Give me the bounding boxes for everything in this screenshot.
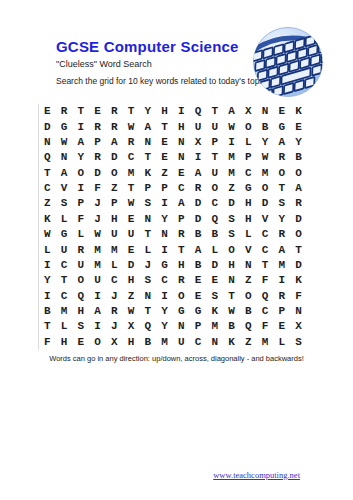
grid-cell-r3c10: X <box>190 135 207 150</box>
grid-cell-r15c10: P <box>190 319 207 334</box>
grid-cell-r7c4: J <box>89 196 106 211</box>
grid-cell-r5c3: O <box>73 166 90 181</box>
grid-cell-r4c8: E <box>156 150 173 165</box>
grid-cell-r12c11: E <box>207 273 224 288</box>
grid-cell-r6c4: F <box>89 181 106 196</box>
grid-cell-r2c14: B <box>257 119 274 134</box>
grid-cell-r4c2: N <box>56 150 73 165</box>
grid-cell-r5c12: M <box>223 166 240 181</box>
grid-cell-r14c14: C <box>257 304 274 319</box>
grid-cell-r5c10: A <box>190 166 207 181</box>
grid-cell-r7c12: D <box>223 196 240 211</box>
grid-cell-r11c2: C <box>56 258 73 273</box>
grid-cell-r9c1: W <box>39 227 56 242</box>
grid-cell-r10c7: L <box>140 242 157 257</box>
grid-cell-r8c9: P <box>173 212 190 227</box>
keyboard-icon <box>252 26 324 98</box>
grid-cell-r1c2: R <box>56 104 73 119</box>
grid-cell-r13c5: J <box>106 289 123 304</box>
grid-cell-r7c8: I <box>156 196 173 211</box>
grid-cell-r3c6: R <box>123 135 140 150</box>
grid-cell-r2c9: H <box>173 119 190 134</box>
grid-cell-r8c10: D <box>190 212 207 227</box>
grid-cell-r12c7: S <box>140 273 157 288</box>
grid-cell-r5c8: Z <box>156 166 173 181</box>
grid-cell-r15c14: F <box>257 319 274 334</box>
grid-cell-r16c15: L <box>274 335 291 350</box>
grid-cell-r5c7: K <box>140 166 157 181</box>
grid-cell-r16c3: E <box>73 335 90 350</box>
grid-cell-r7c11: C <box>207 196 224 211</box>
grid-cell-r9c13: L <box>240 227 257 242</box>
grid-cell-r8c3: F <box>73 212 90 227</box>
grid-cell-r8c11: Q <box>207 212 224 227</box>
grid-cell-r11c14: T <box>257 258 274 273</box>
grid-cell-r11c5: L <box>106 258 123 273</box>
grid-cell-r14c4: A <box>89 304 106 319</box>
grid-cell-r12c9: R <box>173 273 190 288</box>
grid-cell-r1c7: Y <box>140 104 157 119</box>
grid-cell-r7c10: D <box>190 196 207 211</box>
grid-cell-r1c16: K <box>290 104 307 119</box>
grid-cell-r11c6: D <box>123 258 140 273</box>
grid-cell-r7c13: H <box>240 196 257 211</box>
grid-cell-r13c12: T <box>223 289 240 304</box>
grid-cell-r1c13: X <box>240 104 257 119</box>
word-search-grid: ERTERTYHIQTAXNEKDGIRRWATHUUWOBGENWAPARNE… <box>38 104 307 350</box>
grid-cell-r3c2: W <box>56 135 73 150</box>
grid-cell-r16c11: N <box>207 335 224 350</box>
grid-cell-r8c12: S <box>223 212 240 227</box>
grid-cell-r15c4: I <box>89 319 106 334</box>
grid-cell-r1c5: R <box>106 104 123 119</box>
grid-cell-r6c6: T <box>123 181 140 196</box>
grid-cell-r11c7: J <box>140 258 157 273</box>
grid-cell-r4c14: W <box>257 150 274 165</box>
grid-cell-r13c1: I <box>39 289 56 304</box>
grid-cell-r15c9: N <box>173 319 190 334</box>
grid-cell-r9c9: R <box>173 227 190 242</box>
grid-cell-r9c2: G <box>56 227 73 242</box>
grid-cell-r11c15: M <box>274 258 291 273</box>
grid-cell-r5c6: M <box>123 166 140 181</box>
grid-cell-r10c1: L <box>39 242 56 257</box>
grid-cell-r7c6: W <box>123 196 140 211</box>
grid-cell-r10c2: U <box>56 242 73 257</box>
grid-cell-r3c9: N <box>173 135 190 150</box>
grid-cell-r9c10: B <box>190 227 207 242</box>
grid-cell-r14c12: W <box>223 304 240 319</box>
grid-cell-r14c13: B <box>240 304 257 319</box>
grid-cell-r14c6: W <box>123 304 140 319</box>
grid-cell-r10c8: I <box>156 242 173 257</box>
grid-cell-r6c10: R <box>190 181 207 196</box>
grid-cell-r2c7: A <box>140 119 157 134</box>
grid-cell-r15c13: Q <box>240 319 257 334</box>
grid-cell-r13c15: R <box>274 289 291 304</box>
grid-cell-r6c1: C <box>39 181 56 196</box>
grid-cell-r3c11: P <box>207 135 224 150</box>
grid-cell-r9c12: S <box>223 227 240 242</box>
grid-cell-r7c15: S <box>274 196 291 211</box>
grid-cell-r6c9: C <box>173 181 190 196</box>
grid-cell-r2c10: U <box>190 119 207 134</box>
grid-cell-r3c13: L <box>240 135 257 150</box>
grid-cell-r8c8: Y <box>156 212 173 227</box>
grid-cell-r5c4: D <box>89 166 106 181</box>
grid-cell-r1c8: H <box>156 104 173 119</box>
grid-cell-r11c9: H <box>173 258 190 273</box>
grid-cell-r1c11: T <box>207 104 224 119</box>
grid-cell-r1c12: A <box>223 104 240 119</box>
grid-cell-r5c15: O <box>274 166 291 181</box>
grid-cell-r4c4: R <box>89 150 106 165</box>
grid-cell-r4c12: M <box>223 150 240 165</box>
grid-cell-r4c10: I <box>190 150 207 165</box>
grid-cell-r3c4: P <box>89 135 106 150</box>
grid-cell-r1c3: T <box>73 104 90 119</box>
grid-cell-r16c9: U <box>173 335 190 350</box>
grid-cell-r14c9: G <box>173 304 190 319</box>
grid-cell-r13c6: Z <box>123 289 140 304</box>
grid-cell-r15c12: B <box>223 319 240 334</box>
grid-cell-r13c10: E <box>190 289 207 304</box>
grid-cell-r11c16: D <box>290 258 307 273</box>
grid-cell-r4c11: T <box>207 150 224 165</box>
grid-cell-r3c1: N <box>39 135 56 150</box>
grid-cell-r1c10: Q <box>190 104 207 119</box>
grid-cell-r14c8: Y <box>156 304 173 319</box>
grid-cell-r16c12: K <box>223 335 240 350</box>
grid-cell-r3c16: Y <box>290 135 307 150</box>
grid-cell-r14c15: P <box>274 304 291 319</box>
grid-cell-r9c3: L <box>73 227 90 242</box>
grid-cell-r7c3: P <box>73 196 90 211</box>
grid-cell-r8c16: D <box>290 212 307 227</box>
grid-cell-r4c9: N <box>173 150 190 165</box>
grid-cell-r16c4: O <box>89 335 106 350</box>
grid-cell-r10c13: V <box>240 242 257 257</box>
grid-cell-r4c15: R <box>274 150 291 165</box>
grid-cell-r12c4: U <box>89 273 106 288</box>
grid-cell-r13c3: Q <box>73 289 90 304</box>
grid-cell-r11c11: D <box>207 258 224 273</box>
grid-cell-r5c5: O <box>106 166 123 181</box>
instruction-text: Search the grid for 10 key words related… <box>56 76 266 86</box>
grid-cell-r6c3: I <box>73 181 90 196</box>
grid-cell-r13c4: I <box>89 289 106 304</box>
grid-cell-r15c7: Q <box>140 319 157 334</box>
grid-cell-r2c11: U <box>207 119 224 134</box>
grid-cell-r11c10: B <box>190 258 207 273</box>
grid-cell-r12c10: E <box>190 273 207 288</box>
grid-cell-r2c3: I <box>73 119 90 134</box>
grid-cell-r2c5: R <box>106 119 123 134</box>
grid-cell-r2c8: T <box>156 119 173 134</box>
grid-cell-r5c16: O <box>290 166 307 181</box>
grid-cell-r10c4: M <box>89 242 106 257</box>
grid-cell-r5c14: M <box>257 166 274 181</box>
grid-cell-r9c7: T <box>140 227 157 242</box>
grid-cell-r15c15: E <box>274 319 291 334</box>
teachcomputing-link[interactable]: www.teachcomputing.net <box>213 470 300 480</box>
grid-cell-r15c11: M <box>207 319 224 334</box>
grid-cell-r15c8: Y <box>156 319 173 334</box>
grid-cell-r5c1: T <box>39 166 56 181</box>
grid-cell-r16c8: M <box>156 335 173 350</box>
grid-cell-r12c16: K <box>290 273 307 288</box>
grid-cell-r11c4: M <box>89 258 106 273</box>
grid-cell-r4c7: T <box>140 150 157 165</box>
grid-cell-r10c16: T <box>290 242 307 257</box>
grid-cell-r15c1: T <box>39 319 56 334</box>
grid-cell-r5c2: A <box>56 166 73 181</box>
grid-cell-r6c5: Z <box>106 181 123 196</box>
grid-cell-r12c1: Y <box>39 273 56 288</box>
grid-cell-r1c6: T <box>123 104 140 119</box>
grid-cell-r2c4: R <box>89 119 106 134</box>
grid-cell-r5c11: U <box>207 166 224 181</box>
grid-cell-r13c14: Q <box>257 289 274 304</box>
grid-cell-r3c7: N <box>140 135 157 150</box>
grid-cell-r7c14: D <box>257 196 274 211</box>
grid-cell-r3c8: E <box>156 135 173 150</box>
grid-cell-r6c8: P <box>156 181 173 196</box>
grid-cell-r6c13: G <box>240 181 257 196</box>
grid-cell-r2c6: W <box>123 119 140 134</box>
grid-cell-r16c5: X <box>106 335 123 350</box>
grid-cell-r9c15: R <box>274 227 291 242</box>
grid-cell-r14c5: R <box>106 304 123 319</box>
grid-cell-r7c5: P <box>106 196 123 211</box>
grid-cell-r7c9: A <box>173 196 190 211</box>
grid-cell-r13c9: O <box>173 289 190 304</box>
grid-cell-r6c16: A <box>290 181 307 196</box>
grid-cell-r14c1: B <box>39 304 56 319</box>
grid-cell-r14c10: G <box>190 304 207 319</box>
grid-cell-r2c13: O <box>240 119 257 134</box>
grid-cell-r10c6: E <box>123 242 140 257</box>
grid-cell-r9c8: N <box>156 227 173 242</box>
grid-cell-r5c9: E <box>173 166 190 181</box>
grid-cell-r9c16: O <box>290 227 307 242</box>
grid-cell-r14c16: N <box>290 304 307 319</box>
grid-cell-r1c14: N <box>257 104 274 119</box>
grid-cell-r14c11: K <box>207 304 224 319</box>
grid-cell-r4c3: Y <box>73 150 90 165</box>
grid-cell-r7c16: R <box>290 196 307 211</box>
grid-cell-r11c3: U <box>73 258 90 273</box>
grid-cell-r7c7: S <box>140 196 157 211</box>
grid-cell-r11c13: N <box>240 258 257 273</box>
grid-cell-r10c5: M <box>106 242 123 257</box>
grid-cell-r9c4: W <box>89 227 106 242</box>
grid-cell-r6c2: V <box>56 181 73 196</box>
grid-cell-r12c14: F <box>257 273 274 288</box>
grid-cell-r3c15: A <box>274 135 291 150</box>
grid-cell-r8c2: L <box>56 212 73 227</box>
page-title: GCSE Computer Science <box>56 38 239 55</box>
grid-cell-r9c5: U <box>106 227 123 242</box>
grid-cell-r14c2: M <box>56 304 73 319</box>
grid-cell-r16c7: B <box>140 335 157 350</box>
grid-cell-r2c1: D <box>39 119 56 134</box>
grid-cell-r10c9: T <box>173 242 190 257</box>
grid-cell-r11c1: I <box>39 258 56 273</box>
grid-cell-r2c12: W <box>223 119 240 134</box>
grid-cell-r13c8: I <box>156 289 173 304</box>
grid-cell-r13c16: F <box>290 289 307 304</box>
grid-cell-r12c8: C <box>156 273 173 288</box>
grid-cell-r10c12: O <box>223 242 240 257</box>
grid-cell-r10c3: R <box>73 242 90 257</box>
grid-cell-r9c14: C <box>257 227 274 242</box>
grid-cell-r4c16: B <box>290 150 307 165</box>
grid-cell-r10c11: L <box>207 242 224 257</box>
grid-cell-r1c9: I <box>173 104 190 119</box>
grid-cell-r4c5: D <box>106 150 123 165</box>
grid-cell-r6c12: Z <box>223 181 240 196</box>
grid-cell-r13c7: N <box>140 289 157 304</box>
grid-cell-r2c15: G <box>274 119 291 134</box>
grid-cell-r16c6: H <box>123 335 140 350</box>
grid-cell-r11c8: G <box>156 258 173 273</box>
grid-cell-r10c15: A <box>274 242 291 257</box>
grid-cell-r15c5: J <box>106 319 123 334</box>
grid-cell-r3c5: A <box>106 135 123 150</box>
grid-cell-r12c5: C <box>106 273 123 288</box>
grid-cell-r8c4: J <box>89 212 106 227</box>
grid-cell-r16c13: Z <box>240 335 257 350</box>
grid-cell-r4c1: Q <box>39 150 56 165</box>
direction-note: Words can go in any direction: up/down, … <box>0 354 353 363</box>
grid-cell-r6c11: O <box>207 181 224 196</box>
grid-cell-r8c6: E <box>123 212 140 227</box>
grid-cell-r3c12: I <box>223 135 240 150</box>
grid-cell-r8c14: V <box>257 212 274 227</box>
grid-cell-r8c15: Y <box>274 212 291 227</box>
worksheet-page: GCSE Computer Science "Clueless" Word Se… <box>0 0 353 500</box>
grid-cell-r13c11: S <box>207 289 224 304</box>
grid-cell-r1c4: E <box>89 104 106 119</box>
page-subtitle: "Clueless" Word Search <box>56 59 152 69</box>
grid-cell-r4c6: C <box>123 150 140 165</box>
grid-cell-r2c2: G <box>56 119 73 134</box>
grid-cell-r11c12: H <box>223 258 240 273</box>
grid-cell-r8c5: H <box>106 212 123 227</box>
grid-cell-r9c6: U <box>123 227 140 242</box>
grid-cell-r7c2: S <box>56 196 73 211</box>
grid-cell-r16c10: C <box>190 335 207 350</box>
grid-cell-r12c15: I <box>274 273 291 288</box>
grid-cell-r5c13: C <box>240 166 257 181</box>
grid-cell-r8c1: K <box>39 212 56 227</box>
grid-cell-r7c1: Z <box>39 196 56 211</box>
grid-cell-r15c16: X <box>290 319 307 334</box>
grid-cell-r16c2: H <box>56 335 73 350</box>
grid-cell-r16c1: F <box>39 335 56 350</box>
grid-cell-r1c15: E <box>274 104 291 119</box>
grid-cell-r13c2: C <box>56 289 73 304</box>
grid-cell-r3c3: A <box>73 135 90 150</box>
grid-cell-r10c10: A <box>190 242 207 257</box>
grid-cell-r6c14: O <box>257 181 274 196</box>
grid-cell-r6c7: P <box>140 181 157 196</box>
grid-cell-r1c1: E <box>39 104 56 119</box>
grid-cell-r6c15: T <box>274 181 291 196</box>
grid-cell-r16c14: M <box>257 335 274 350</box>
grid-cell-r10c14: C <box>257 242 274 257</box>
grid-cell-r8c13: H <box>240 212 257 227</box>
grid-cell-r14c3: H <box>73 304 90 319</box>
grid-cell-r9c11: B <box>207 227 224 242</box>
grid-cell-r12c13: Z <box>240 273 257 288</box>
grid-cell-r3c14: Y <box>257 135 274 150</box>
grid-cell-r4c13: P <box>240 150 257 165</box>
grid-cell-r16c16: S <box>290 335 307 350</box>
grid-cell-r15c3: S <box>73 319 90 334</box>
grid-cell-r12c12: N <box>223 273 240 288</box>
grid-cell-r14c7: T <box>140 304 157 319</box>
grid-cell-r2c16: E <box>290 119 307 134</box>
grid-cell-r15c6: X <box>123 319 140 334</box>
grid-cell-r8c7: N <box>140 212 157 227</box>
grid-cell-r12c3: O <box>73 273 90 288</box>
grid-cell-r12c6: H <box>123 273 140 288</box>
grid-cell-r12c2: T <box>56 273 73 288</box>
grid-cell-r15c2: L <box>56 319 73 334</box>
grid-cell-r13c13: O <box>240 289 257 304</box>
